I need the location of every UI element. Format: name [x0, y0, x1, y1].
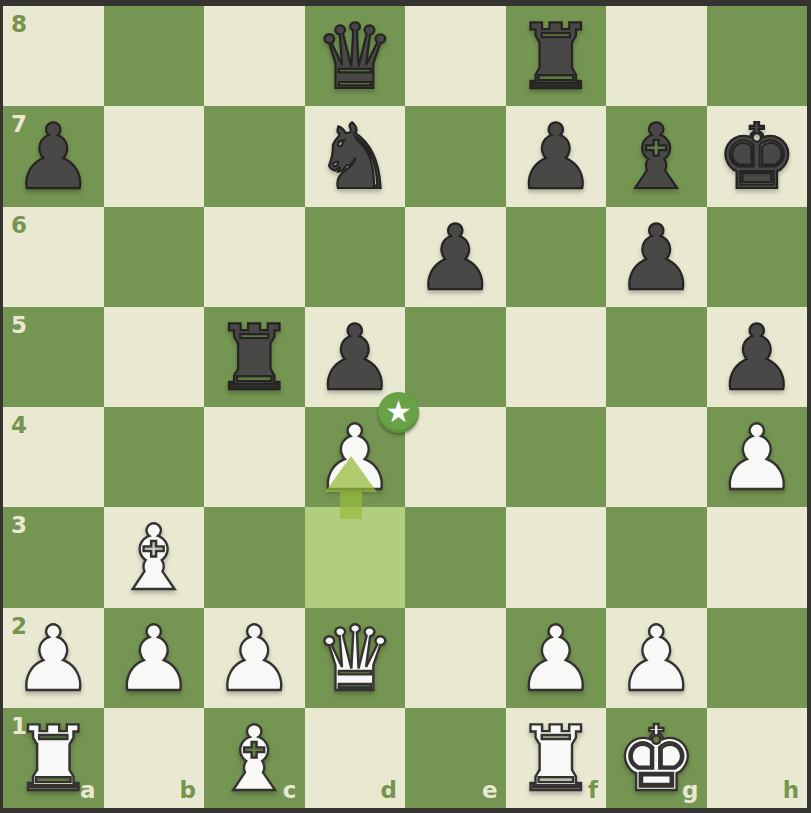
square-g4[interactable] — [606, 407, 707, 507]
square-c3[interactable] — [204, 507, 305, 607]
square-h6[interactable] — [707, 207, 808, 307]
square-g3[interactable] — [606, 507, 707, 607]
black-queen[interactable]: ♛ — [314, 10, 395, 102]
square-f6[interactable] — [506, 207, 607, 307]
square-e7[interactable] — [405, 106, 506, 206]
square-c1[interactable]: c♝ — [204, 708, 305, 808]
square-f4[interactable] — [506, 407, 607, 507]
square-c8[interactable] — [204, 6, 305, 106]
square-f5[interactable] — [506, 307, 607, 407]
black-pawn[interactable]: ♟ — [314, 311, 395, 403]
square-b6[interactable] — [104, 207, 205, 307]
square-h3[interactable] — [707, 507, 808, 607]
square-e1[interactable]: e — [405, 708, 506, 808]
square-b4[interactable] — [104, 407, 205, 507]
black-rook[interactable]: ♜ — [515, 10, 596, 102]
square-g1[interactable]: g♚ — [606, 708, 707, 808]
rank-label-6: 6 — [11, 214, 27, 237]
square-h1[interactable]: h — [707, 708, 808, 808]
rank-label-8: 8 — [11, 13, 27, 36]
black-bishop[interactable]: ♝ — [616, 110, 697, 202]
white-queen[interactable]: ♛ — [314, 612, 395, 704]
square-g2[interactable]: ♟ — [606, 608, 707, 708]
square-a7[interactable]: 7♟ — [3, 106, 104, 206]
file-label-d: d — [381, 779, 397, 802]
square-b3[interactable]: ♝ — [104, 507, 205, 607]
square-a1[interactable]: 1a♜ — [3, 708, 104, 808]
square-f8[interactable]: ♜ — [506, 6, 607, 106]
square-a6[interactable]: 6 — [3, 207, 104, 307]
white-rook[interactable]: ♜ — [13, 712, 94, 804]
white-bishop[interactable]: ♝ — [113, 511, 194, 603]
square-e3[interactable] — [405, 507, 506, 607]
board-frame: 8♛♜7♟♞♟♝♚6♟♟5♜♟♟4♟♟3♝2♟♟♟♛♟♟1a♜bc♝def♜g♚… — [0, 0, 811, 813]
white-bishop[interactable]: ♝ — [214, 712, 295, 804]
square-b5[interactable] — [104, 307, 205, 407]
white-pawn[interactable]: ♟ — [13, 612, 94, 704]
square-d3[interactable] — [305, 507, 406, 607]
square-c6[interactable] — [204, 207, 305, 307]
square-d7[interactable]: ♞ — [305, 106, 406, 206]
square-c5[interactable]: ♜ — [204, 307, 305, 407]
star-icon: ★ — [385, 397, 412, 427]
black-knight[interactable]: ♞ — [314, 110, 395, 202]
square-e5[interactable] — [405, 307, 506, 407]
white-pawn[interactable]: ♟ — [113, 612, 194, 704]
square-d6[interactable] — [305, 207, 406, 307]
square-h8[interactable] — [707, 6, 808, 106]
file-label-h: h — [783, 779, 799, 802]
black-pawn[interactable]: ♟ — [515, 110, 596, 202]
square-h5[interactable]: ♟ — [707, 307, 808, 407]
square-c4[interactable] — [204, 407, 305, 507]
square-g7[interactable]: ♝ — [606, 106, 707, 206]
square-a3[interactable]: 3 — [3, 507, 104, 607]
chess-board: 8♛♜7♟♞♟♝♚6♟♟5♜♟♟4♟♟3♝2♟♟♟♛♟♟1a♜bc♝def♜g♚… — [3, 6, 807, 808]
square-e6[interactable]: ♟ — [405, 207, 506, 307]
square-d5[interactable]: ♟ — [305, 307, 406, 407]
white-pawn[interactable]: ♟ — [716, 411, 797, 503]
square-g5[interactable] — [606, 307, 707, 407]
white-pawn[interactable]: ♟ — [515, 612, 596, 704]
file-label-b: b — [180, 779, 196, 802]
square-f1[interactable]: f♜ — [506, 708, 607, 808]
square-h7[interactable]: ♚ — [707, 106, 808, 206]
white-pawn[interactable]: ♟ — [616, 612, 697, 704]
rank-label-4: 4 — [11, 414, 27, 437]
square-h4[interactable]: ♟ — [707, 407, 808, 507]
rank-label-5: 5 — [11, 314, 27, 337]
black-pawn[interactable]: ♟ — [415, 211, 496, 303]
white-pawn[interactable]: ♟ — [214, 612, 295, 704]
square-b8[interactable] — [104, 6, 205, 106]
square-f3[interactable] — [506, 507, 607, 607]
square-b7[interactable] — [104, 106, 205, 206]
square-b2[interactable]: ♟ — [104, 608, 205, 708]
square-c7[interactable] — [204, 106, 305, 206]
black-rook[interactable]: ♜ — [214, 311, 295, 403]
white-rook[interactable]: ♜ — [515, 712, 596, 804]
square-d2[interactable]: ♛ — [305, 608, 406, 708]
square-b1[interactable]: b — [104, 708, 205, 808]
square-e2[interactable] — [405, 608, 506, 708]
square-a4[interactable]: 4 — [3, 407, 104, 507]
black-pawn[interactable]: ♟ — [616, 211, 697, 303]
black-king[interactable]: ♚ — [716, 110, 797, 202]
best-move-badge: ★ — [378, 392, 419, 433]
square-a5[interactable]: 5 — [3, 307, 104, 407]
square-g6[interactable]: ♟ — [606, 207, 707, 307]
white-king[interactable]: ♚ — [616, 712, 697, 804]
square-d1[interactable]: d — [305, 708, 406, 808]
square-g8[interactable] — [606, 6, 707, 106]
square-a2[interactable]: 2♟ — [3, 608, 104, 708]
square-c2[interactable]: ♟ — [204, 608, 305, 708]
square-d8[interactable]: ♛ — [305, 6, 406, 106]
square-a8[interactable]: 8 — [3, 6, 104, 106]
square-f2[interactable]: ♟ — [506, 608, 607, 708]
square-f7[interactable]: ♟ — [506, 106, 607, 206]
square-h2[interactable] — [707, 608, 808, 708]
black-pawn[interactable]: ♟ — [13, 110, 94, 202]
black-pawn[interactable]: ♟ — [716, 311, 797, 403]
file-label-e: e — [482, 779, 498, 802]
square-e8[interactable] — [405, 6, 506, 106]
rank-label-3: 3 — [11, 514, 27, 537]
square-e4[interactable] — [405, 407, 506, 507]
